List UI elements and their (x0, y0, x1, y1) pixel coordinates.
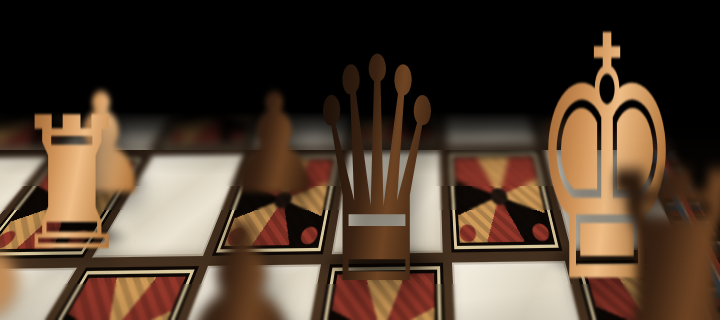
pieces-layer: ♟♟♜♛♚♟♜ (0, 0, 720, 320)
black-rook-h4: ♜ (580, 138, 720, 320)
chessboard-photo-scene: ♟♟♜♛♚♟♜ (0, 0, 720, 320)
white-rook-c5: ♜ (13, 93, 131, 276)
black-pawn-e4: ♟ (170, 201, 311, 320)
black-queen-f5: ♛ (305, 18, 448, 320)
